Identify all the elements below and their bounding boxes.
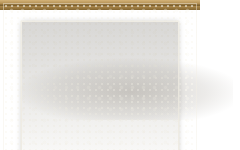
filigree-edge-ornament <box>4 62 19 138</box>
filigree-edge-ornament <box>181 62 196 138</box>
chess-board <box>0 0 200 150</box>
filigree-edge-ornament <box>62 4 138 19</box>
filigree-corner-ornament <box>164 4 196 21</box>
depth-haze-overlay <box>22 22 178 150</box>
filigree-corner-ornament <box>4 4 36 21</box>
scene <box>0 0 240 150</box>
squares-grid <box>22 22 178 150</box>
